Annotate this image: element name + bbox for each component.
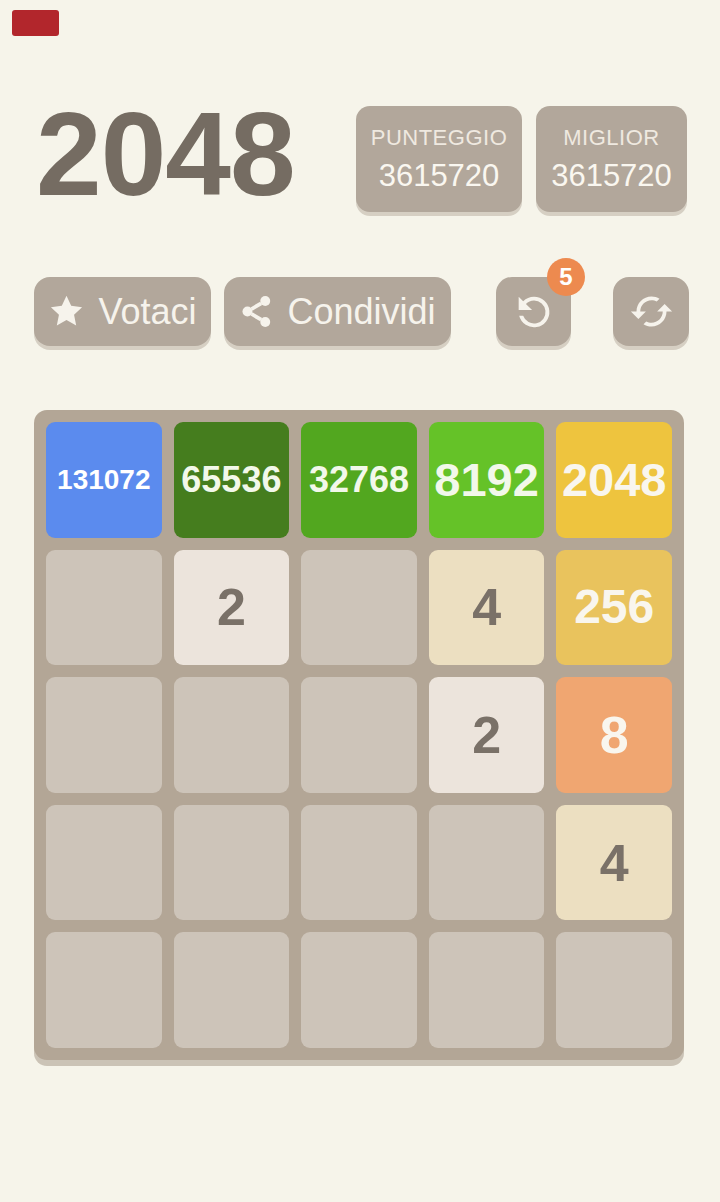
cell-r3c1 — [46, 677, 162, 793]
undo-rotate-icon — [511, 289, 557, 335]
page-title: 2048 — [36, 95, 295, 213]
rate-button[interactable]: Votaci — [34, 277, 211, 346]
restart-button[interactable] — [613, 277, 689, 346]
recording-indicator — [12, 10, 59, 36]
tile-r3c5: 8 — [556, 677, 672, 793]
score-box-current: PUNTEGGIO 3615720 — [356, 106, 522, 212]
cell-r3c2 — [174, 677, 290, 793]
tile-r2c4: 4 — [429, 550, 545, 666]
cell-r4c4 — [429, 805, 545, 921]
tile-r1c5: 2048 — [556, 422, 672, 538]
share-icon — [239, 294, 274, 329]
tile-r1c2: 65536 — [174, 422, 290, 538]
tile-r1c4: 8192 — [429, 422, 545, 538]
cell-r5c1 — [46, 932, 162, 1048]
share-button[interactable]: Condividi — [224, 277, 451, 346]
cell-r5c4 — [429, 932, 545, 1048]
tile-r1c3: 32768 — [301, 422, 417, 538]
tile-r2c2: 2 — [174, 550, 290, 666]
cell-r5c5 — [556, 932, 672, 1048]
undo-count-badge: 5 — [547, 258, 585, 296]
cell-r4c3 — [301, 805, 417, 921]
score-value: 3615720 — [379, 158, 500, 194]
tile-r1c1: 131072 — [46, 422, 162, 538]
cell-r2c1 — [46, 550, 162, 666]
cell-r5c3 — [301, 932, 417, 1048]
best-value: 3615720 — [551, 158, 672, 194]
share-button-label: Condividi — [287, 291, 435, 333]
cell-r3c3 — [301, 677, 417, 793]
score-label: PUNTEGGIO — [371, 125, 508, 151]
rate-button-label: Votaci — [98, 291, 196, 333]
cell-r2c3 — [301, 550, 417, 666]
cell-r4c2 — [174, 805, 290, 921]
score-box-best: MIGLIOR 3615720 — [536, 106, 687, 212]
tile-r3c4: 2 — [429, 677, 545, 793]
tile-r4c5: 4 — [556, 805, 672, 921]
tile-r2c5: 256 — [556, 550, 672, 666]
cell-r4c1 — [46, 805, 162, 921]
cell-r5c2 — [174, 932, 290, 1048]
game-board[interactable]: 131072 65536 32768 8192 2048 2 4 256 2 8… — [34, 410, 684, 1060]
refresh-icon — [629, 289, 674, 334]
best-label: MIGLIOR — [563, 125, 659, 151]
star-icon — [48, 293, 85, 330]
